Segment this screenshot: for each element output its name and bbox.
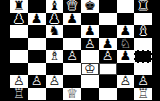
square-g1[interactable] bbox=[117, 88, 135, 101]
white-pawn: ♙ bbox=[66, 50, 78, 63]
square-a4[interactable] bbox=[10, 50, 28, 63]
square-c1[interactable] bbox=[46, 88, 64, 101]
square-f3[interactable] bbox=[99, 63, 117, 76]
square-d3[interactable] bbox=[63, 63, 81, 76]
square-a5[interactable] bbox=[10, 38, 28, 51]
square-b6[interactable] bbox=[28, 25, 46, 38]
white-rook: ♖ bbox=[13, 87, 25, 100]
square-f1[interactable] bbox=[99, 88, 117, 101]
square-e8[interactable]: ♚ bbox=[81, 0, 99, 13]
square-e1[interactable] bbox=[81, 88, 99, 101]
game-screen: ♜♝♛♚♜♟♟♟♟♞♟♟♝♙♟♘♗♙♙♟♔♙♙♙♙♙♖♕♖ bbox=[0, 0, 160, 100]
square-d4[interactable]: ♙ bbox=[63, 50, 81, 63]
white-queen: ♕ bbox=[66, 87, 78, 100]
white-pawn: ♙ bbox=[84, 37, 96, 50]
black-rook: ♜ bbox=[137, 0, 149, 12]
square-f4[interactable]: ♙ bbox=[99, 50, 117, 63]
square-d6[interactable] bbox=[63, 25, 81, 38]
white-pawn: ♙ bbox=[31, 75, 43, 88]
square-b2[interactable]: ♙ bbox=[28, 75, 46, 88]
square-b4[interactable] bbox=[28, 50, 46, 63]
white-king: ♔ bbox=[84, 62, 96, 75]
square-h8[interactable]: ♜ bbox=[134, 0, 152, 13]
square-a7[interactable]: ♟ bbox=[10, 13, 28, 26]
black-pawn: ♟ bbox=[120, 50, 132, 63]
black-pawn: ♟ bbox=[31, 12, 43, 25]
square-e5[interactable]: ♙ bbox=[81, 38, 99, 51]
square-f7[interactable] bbox=[99, 13, 117, 26]
white-pawn: ♙ bbox=[49, 75, 61, 88]
black-pawn: ♟ bbox=[13, 12, 25, 25]
square-c6[interactable]: ♞ bbox=[46, 25, 64, 38]
square-b7[interactable]: ♟ bbox=[28, 13, 46, 26]
square-d1[interactable]: ♕ bbox=[63, 88, 81, 101]
white-rook: ♖ bbox=[137, 87, 149, 100]
move-cursor-square-h4[interactable] bbox=[134, 50, 152, 63]
square-d7[interactable]: ♟ bbox=[63, 13, 81, 26]
square-h5[interactable] bbox=[134, 38, 152, 51]
black-pawn: ♟ bbox=[66, 12, 78, 25]
square-b5[interactable] bbox=[28, 38, 46, 51]
square-f2[interactable] bbox=[99, 75, 117, 88]
square-g2[interactable]: ♙ bbox=[117, 75, 135, 88]
square-e2[interactable] bbox=[81, 75, 99, 88]
white-bishop: ♗ bbox=[49, 50, 61, 63]
square-c4[interactable]: ♗ bbox=[46, 50, 64, 63]
black-knight: ♞ bbox=[49, 25, 61, 38]
square-f8[interactable] bbox=[99, 0, 117, 13]
black-king: ♚ bbox=[84, 0, 96, 12]
square-a1[interactable]: ♖ bbox=[10, 88, 28, 101]
square-b1[interactable] bbox=[28, 88, 46, 101]
white-pawn: ♙ bbox=[120, 75, 132, 88]
chess-board: ♜♝♛♚♜♟♟♟♟♞♟♟♝♙♟♘♗♙♙♟♔♙♙♙♙♙♖♕♖ bbox=[10, 0, 152, 100]
square-e3[interactable]: ♔ bbox=[81, 63, 99, 76]
black-bishop: ♝ bbox=[137, 25, 149, 38]
square-c2[interactable]: ♙ bbox=[46, 75, 64, 88]
square-h6[interactable]: ♝ bbox=[134, 25, 152, 38]
square-g4[interactable]: ♟ bbox=[117, 50, 135, 63]
square-a6[interactable] bbox=[10, 25, 28, 38]
square-g8[interactable] bbox=[117, 0, 135, 13]
white-pawn: ♙ bbox=[102, 50, 114, 63]
square-h1[interactable]: ♖ bbox=[134, 88, 152, 101]
